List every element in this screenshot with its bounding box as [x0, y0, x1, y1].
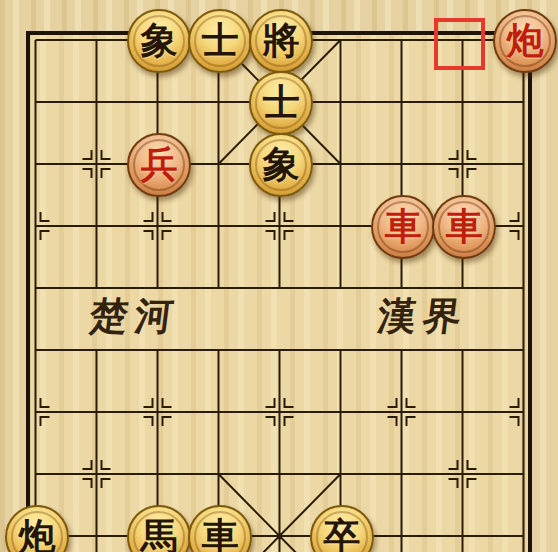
red-cannon-glyph: 炮	[507, 22, 544, 59]
piece-red-chariot[interactable]: 車	[371, 195, 435, 259]
piece-black-soldier[interactable]: 卒	[310, 505, 374, 552]
last-move-highlight	[434, 18, 485, 70]
black-soldier-glyph: 卒	[324, 518, 361, 552]
piece-black-elephant[interactable]: 象	[127, 9, 191, 73]
black-elephant-glyph: 象	[263, 146, 300, 183]
black-advisor-glyph: 士	[263, 84, 300, 121]
piece-black-elephant[interactable]: 象	[249, 133, 313, 197]
xiangqi-board: 象士將炮士兵象車車炮馬車卒	[5, 9, 554, 552]
piece-black-cannon[interactable]: 炮	[5, 505, 69, 552]
red-chariot-glyph: 車	[385, 208, 422, 245]
piece-black-horse[interactable]: 馬	[127, 505, 191, 552]
piece-black-advisor[interactable]: 士	[188, 9, 252, 73]
black-elephant-glyph: 象	[141, 22, 178, 59]
black-chariot-glyph: 車	[202, 518, 239, 552]
black-horse-glyph: 馬	[141, 518, 178, 552]
piece-red-soldier[interactable]: 兵	[127, 133, 191, 197]
piece-black-general[interactable]: 將	[249, 9, 313, 73]
black-advisor-glyph: 士	[202, 22, 239, 59]
piece-black-advisor[interactable]: 士	[249, 71, 313, 135]
xiangqi-app: 楚河 漢界 象士將炮士兵象車車炮馬車卒	[0, 0, 558, 552]
black-cannon-glyph: 炮	[19, 518, 56, 552]
piece-red-cannon[interactable]: 炮	[493, 9, 557, 73]
black-general-glyph: 將	[263, 22, 300, 59]
piece-red-chariot[interactable]: 車	[432, 195, 496, 259]
red-chariot-glyph: 車	[446, 208, 483, 245]
piece-black-chariot[interactable]: 車	[188, 505, 252, 552]
red-soldier-glyph: 兵	[141, 146, 178, 183]
